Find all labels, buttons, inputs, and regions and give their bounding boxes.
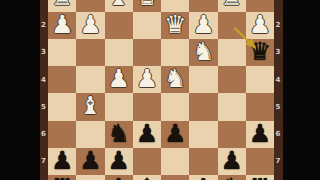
piece-white-pawn: ♟ <box>136 65 158 92</box>
square-a4[interactable] <box>246 66 274 93</box>
piece-black-king: ♚ <box>136 174 158 180</box>
rank-label-right-3: 3 <box>276 48 281 56</box>
square-h5[interactable] <box>48 93 76 120</box>
piece-black-rook: ♜ <box>51 174 73 180</box>
rank-label-left-3: 3 <box>41 48 46 56</box>
square-h7[interactable]: ♟ <box>48 148 76 175</box>
square-b8[interactable]: ♞ <box>218 175 246 180</box>
square-g5[interactable]: ♝ <box>76 93 104 120</box>
square-f2[interactable] <box>105 12 133 39</box>
piece-black-queen: ♛ <box>249 38 271 65</box>
square-c2[interactable]: ♟ <box>189 12 217 39</box>
square-h3[interactable] <box>48 39 76 66</box>
square-c6[interactable] <box>189 121 217 148</box>
piece-black-rook: ♜ <box>249 174 271 180</box>
piece-black-pawn: ♟ <box>136 120 158 147</box>
piece-white-pawn: ♟ <box>192 11 214 38</box>
rank-label-right-4: 4 <box>276 76 281 84</box>
piece-black-pawn: ♟ <box>220 147 242 174</box>
square-a8[interactable]: ♜ <box>246 175 274 180</box>
square-e7[interactable] <box>133 148 161 175</box>
square-e3[interactable] <box>133 39 161 66</box>
square-d5[interactable] <box>161 93 189 120</box>
square-c4[interactable] <box>189 66 217 93</box>
piece-white-pawn: ♟ <box>249 11 271 38</box>
square-e2[interactable] <box>133 12 161 39</box>
square-h4[interactable] <box>48 66 76 93</box>
square-e4[interactable]: ♟ <box>133 66 161 93</box>
rank-label-right-5: 5 <box>276 103 281 111</box>
square-f6[interactable]: ♞ <box>105 121 133 148</box>
square-f4[interactable]: ♟ <box>105 66 133 93</box>
rank-label-left-7: 7 <box>41 157 46 165</box>
square-h6[interactable] <box>48 121 76 148</box>
piece-black-knight: ♞ <box>107 120 129 147</box>
square-b1[interactable]: ♜ <box>218 0 246 12</box>
piece-black-pawn: ♟ <box>249 120 271 147</box>
square-c7[interactable] <box>189 148 217 175</box>
square-f8[interactable]: ♝ <box>105 175 133 180</box>
piece-white-pawn: ♟ <box>107 65 129 92</box>
piece-black-bishop: ♝ <box>192 174 214 180</box>
square-b5[interactable] <box>218 93 246 120</box>
square-a3[interactable]: ♛ <box>246 39 274 66</box>
square-g3[interactable] <box>76 39 104 66</box>
piece-black-bishop: ♝ <box>107 174 129 180</box>
video-frame: ♜♝♚♜♟♟♛♟♟♞♛♟♟♞♝♞♟♟♟♟♟♟♟♜♝♚♝♞♜ 2233445566… <box>0 0 320 180</box>
square-e1[interactable]: ♚ <box>133 0 161 12</box>
rank-label-left-6: 6 <box>41 130 46 138</box>
chess-board[interactable]: ♜♝♚♜♟♟♛♟♟♞♛♟♟♞♝♞♟♟♟♟♟♟♟♜♝♚♝♞♜ <box>48 0 274 180</box>
square-c5[interactable] <box>189 93 217 120</box>
square-h8[interactable]: ♜ <box>48 175 76 180</box>
rank-label-right-2: 2 <box>276 21 281 29</box>
rank-label-left-4: 4 <box>41 76 46 84</box>
rank-label-left-5: 5 <box>41 103 46 111</box>
piece-black-knight: ♞ <box>220 174 242 180</box>
square-b4[interactable] <box>218 66 246 93</box>
rank-label-right-7: 7 <box>276 157 281 165</box>
rank-label-right-6: 6 <box>276 130 281 138</box>
piece-black-pawn: ♟ <box>164 120 186 147</box>
square-g2[interactable]: ♟ <box>76 12 104 39</box>
square-d2[interactable]: ♛ <box>161 12 189 39</box>
square-b6[interactable] <box>218 121 246 148</box>
piece-white-rook: ♜ <box>220 0 242 10</box>
square-f5[interactable] <box>105 93 133 120</box>
rank-label-left-2: 2 <box>41 21 46 29</box>
square-d4[interactable]: ♞ <box>161 66 189 93</box>
piece-black-pawn: ♟ <box>51 147 73 174</box>
piece-black-pawn: ♟ <box>107 147 129 174</box>
piece-white-bishop: ♝ <box>79 92 101 119</box>
square-f7[interactable]: ♟ <box>105 148 133 175</box>
piece-white-king: ♚ <box>136 0 158 10</box>
square-d6[interactable]: ♟ <box>161 121 189 148</box>
square-c3[interactable]: ♞ <box>189 39 217 66</box>
square-a5[interactable] <box>246 93 274 120</box>
piece-white-pawn: ♟ <box>51 11 73 38</box>
piece-white-knight: ♞ <box>164 65 186 92</box>
square-e5[interactable] <box>133 93 161 120</box>
square-a7[interactable] <box>246 148 274 175</box>
square-c8[interactable]: ♝ <box>189 175 217 180</box>
piece-white-bishop: ♝ <box>107 0 129 10</box>
square-b7[interactable]: ♟ <box>218 148 246 175</box>
piece-white-queen: ♛ <box>164 11 186 38</box>
square-e6[interactable]: ♟ <box>133 121 161 148</box>
square-d3[interactable] <box>161 39 189 66</box>
piece-white-knight: ♞ <box>192 38 214 65</box>
piece-black-pawn: ♟ <box>79 147 101 174</box>
piece-white-pawn: ♟ <box>79 11 101 38</box>
square-g8[interactable] <box>76 175 104 180</box>
square-b2[interactable] <box>218 12 246 39</box>
square-b3[interactable] <box>218 39 246 66</box>
square-e8[interactable]: ♚ <box>133 175 161 180</box>
square-d7[interactable] <box>161 148 189 175</box>
letterbox-right <box>283 0 320 180</box>
square-d8[interactable] <box>161 175 189 180</box>
square-h2[interactable]: ♟ <box>48 12 76 39</box>
square-f3[interactable] <box>105 39 133 66</box>
square-g6[interactable] <box>76 121 104 148</box>
square-f1[interactable]: ♝ <box>105 0 133 12</box>
square-a2[interactable]: ♟ <box>246 12 274 39</box>
square-a6[interactable]: ♟ <box>246 121 274 148</box>
letterbox-left <box>0 0 40 180</box>
square-g4[interactable] <box>76 66 104 93</box>
square-g7[interactable]: ♟ <box>76 148 104 175</box>
